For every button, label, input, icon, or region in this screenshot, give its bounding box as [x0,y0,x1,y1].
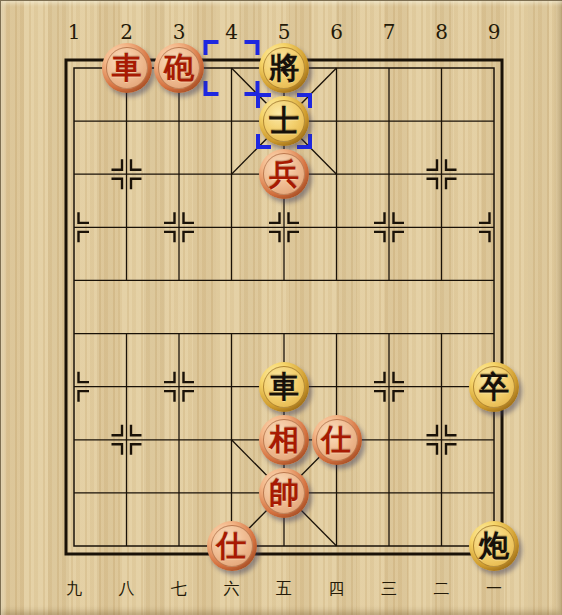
red-advisor[interactable]: 仕 [207,521,257,571]
piece-character: 仕 [322,425,352,455]
file-label-bottom: 四 [329,581,345,597]
file-label-top: 7 [383,22,396,42]
piece-face: 砲 [158,47,200,89]
piece-character: 炮 [479,531,509,561]
red-elephant[interactable]: 相 [259,415,309,465]
file-label-top: 9 [488,22,501,42]
piece-face: 車 [263,366,305,408]
piece-face: 將 [263,47,305,89]
black-cannon[interactable]: 炮 [469,521,519,571]
file-label-bottom: 二 [434,581,450,597]
piece-character: 車 [269,372,299,402]
file-label-bottom: 一 [486,581,502,597]
red-chariot[interactable]: 車 [102,43,152,93]
piece-face: 車 [106,47,148,89]
piece-face: 炮 [473,525,515,567]
piece-character: 士 [269,106,299,136]
red-general[interactable]: 帥 [259,468,309,518]
piece-character: 車 [112,53,142,83]
file-label-top: 4 [225,22,238,42]
file-label-bottom: 九 [66,581,82,597]
file-label-top: 3 [173,22,186,42]
black-soldier[interactable]: 卒 [469,362,519,412]
piece-face: 仕 [211,525,253,567]
red-soldier[interactable]: 兵 [259,149,309,199]
file-label-bottom: 六 [224,581,240,597]
file-label-top: 2 [120,22,133,42]
piece-character: 帥 [269,478,299,508]
file-label-top: 1 [68,22,81,42]
file-label-top: 8 [435,22,448,42]
piece-face: 仕 [316,419,358,461]
piece-character: 卒 [479,372,509,402]
red-cannon[interactable]: 砲 [154,43,204,93]
red-advisor[interactable]: 仕 [312,415,362,465]
file-label-top: 6 [330,22,343,42]
xiangqi-app: 123456789 九八七六五四三二一 車砲將士兵車卒相仕帥仕炮 [0,0,562,615]
black-advisor[interactable]: 士 [259,96,309,146]
piece-character: 相 [269,425,299,455]
piece-face: 士 [263,100,305,142]
piece-character: 仕 [217,531,247,561]
black-general[interactable]: 將 [259,43,309,93]
piece-character: 將 [269,53,299,83]
board-grid[interactable] [1,1,562,615]
black-chariot[interactable]: 車 [259,362,309,412]
piece-face: 帥 [263,472,305,514]
piece-character: 砲 [164,53,194,83]
file-label-bottom: 八 [119,581,135,597]
piece-face: 卒 [473,366,515,408]
file-label-bottom: 三 [381,581,397,597]
file-label-bottom: 七 [171,581,187,597]
file-label-top: 5 [278,22,291,42]
piece-face: 兵 [263,153,305,195]
piece-character: 兵 [269,159,299,189]
file-label-bottom: 五 [276,581,292,597]
piece-face: 相 [263,419,305,461]
